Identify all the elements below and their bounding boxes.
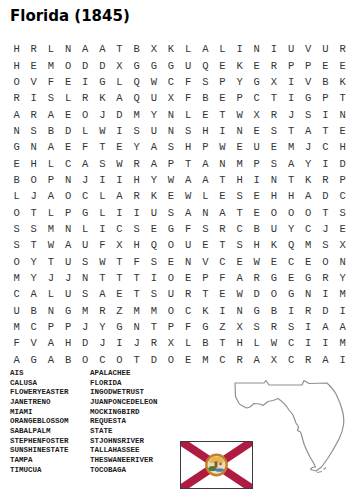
grid-cell[interactable]: J (94, 106, 111, 122)
grid-cell[interactable]: T (145, 319, 162, 335)
grid-cell[interactable]: G (59, 303, 76, 319)
grid-cell[interactable]: S (334, 204, 351, 220)
grid-cell[interactable]: E (334, 57, 351, 73)
grid-cell[interactable]: P (231, 90, 248, 106)
grid-cell[interactable]: R (25, 106, 42, 122)
grid-cell[interactable]: Q (283, 237, 300, 253)
grid-cell[interactable]: H (8, 57, 25, 73)
grid-cell[interactable]: U (180, 237, 197, 253)
grid-cell[interactable]: C (59, 155, 76, 171)
grid-cell[interactable]: L (94, 204, 111, 220)
grid-cell[interactable]: E (162, 253, 179, 269)
grid-cell[interactable]: U (145, 90, 162, 106)
grid-cell[interactable]: V (25, 74, 42, 90)
grid-cell[interactable]: C (283, 335, 300, 351)
grid-cell[interactable]: N (334, 253, 351, 269)
grid-cell[interactable]: T (283, 123, 300, 139)
grid-cell[interactable]: L (59, 90, 76, 106)
grid-cell[interactable]: M (128, 106, 145, 122)
grid-cell[interactable]: X (111, 237, 128, 253)
grid-cell[interactable]: H (25, 155, 42, 171)
grid-cell[interactable]: A (231, 270, 248, 286)
grid-cell[interactable]: P (300, 57, 317, 73)
grid-cell[interactable]: R (317, 172, 334, 188)
grid-cell[interactable]: C (162, 74, 179, 90)
grid-cell[interactable]: X (145, 41, 162, 57)
grid-cell[interactable]: C (25, 319, 42, 335)
grid-cell[interactable]: T (214, 172, 231, 188)
grid-cell[interactable]: U (8, 303, 25, 319)
grid-cell[interactable]: I (334, 303, 351, 319)
grid-cell[interactable]: G (128, 57, 145, 73)
grid-cell[interactable]: B (8, 172, 25, 188)
grid-cell[interactable]: X (265, 74, 282, 90)
grid-cell[interactable]: A (8, 352, 25, 368)
grid-cell[interactable]: H (59, 335, 76, 351)
grid-cell[interactable]: U (283, 41, 300, 57)
grid-cell[interactable]: Q (128, 90, 145, 106)
grid-cell[interactable]: E (25, 57, 42, 73)
grid-cell[interactable]: D (77, 335, 94, 351)
grid-cell[interactable]: F (180, 74, 197, 90)
grid-cell[interactable]: I (231, 41, 248, 57)
grid-cell[interactable]: W (111, 155, 128, 171)
grid-cell[interactable]: C (77, 188, 94, 204)
grid-cell[interactable]: T (317, 204, 334, 220)
grid-cell[interactable]: W (248, 253, 265, 269)
grid-cell[interactable]: O (25, 172, 42, 188)
grid-cell[interactable]: B (25, 303, 42, 319)
grid-cell[interactable]: R (128, 188, 145, 204)
grid-cell[interactable]: X (231, 319, 248, 335)
grid-cell[interactable]: L (42, 286, 59, 302)
grid-cell[interactable]: I (283, 90, 300, 106)
grid-cell[interactable]: S (128, 221, 145, 237)
grid-cell[interactable]: W (42, 237, 59, 253)
grid-cell[interactable]: B (197, 335, 214, 351)
grid-cell[interactable]: E (334, 221, 351, 237)
grid-cell[interactable]: G (248, 74, 265, 90)
grid-cell[interactable]: S (300, 106, 317, 122)
grid-cell[interactable]: P (283, 57, 300, 73)
grid-cell[interactable]: O (59, 57, 76, 73)
grid-cell[interactable]: S (77, 253, 94, 269)
grid-cell[interactable]: S (94, 155, 111, 171)
grid-cell[interactable]: H (248, 237, 265, 253)
grid-cell[interactable]: B (128, 41, 145, 57)
grid-cell[interactable]: E (300, 253, 317, 269)
grid-cell[interactable]: R (214, 221, 231, 237)
grid-cell[interactable]: C (8, 286, 25, 302)
grid-cell[interactable]: C (334, 188, 351, 204)
grid-cell[interactable]: J (77, 172, 94, 188)
grid-cell[interactable]: A (197, 41, 214, 57)
grid-cell[interactable]: A (145, 155, 162, 171)
grid-cell[interactable]: E (248, 57, 265, 73)
grid-cell[interactable]: N (197, 204, 214, 220)
grid-cell[interactable]: E (231, 139, 248, 155)
grid-cell[interactable]: M (334, 335, 351, 351)
grid-cell[interactable]: P (59, 319, 76, 335)
grid-cell[interactable]: L (180, 41, 197, 57)
grid-cell[interactable]: A (300, 188, 317, 204)
grid-cell[interactable]: A (248, 352, 265, 368)
grid-cell[interactable]: T (214, 237, 231, 253)
grid-cell[interactable]: E (214, 188, 231, 204)
grid-cell[interactable]: O (111, 352, 128, 368)
grid-cell[interactable]: J (25, 188, 42, 204)
grid-cell[interactable]: U (59, 286, 76, 302)
grid-cell[interactable]: M (42, 57, 59, 73)
grid-cell[interactable]: O (162, 303, 179, 319)
grid-cell[interactable]: D (317, 303, 334, 319)
grid-cell[interactable]: O (8, 204, 25, 220)
grid-cell[interactable]: U (180, 57, 197, 73)
grid-cell[interactable]: E (231, 253, 248, 269)
grid-cell[interactable]: K (231, 57, 248, 73)
grid-cell[interactable]: S (231, 237, 248, 253)
grid-cell[interactable]: T (25, 204, 42, 220)
grid-cell[interactable]: I (283, 303, 300, 319)
grid-cell[interactable]: W (231, 286, 248, 302)
grid-cell[interactable]: A (94, 286, 111, 302)
grid-cell[interactable]: O (8, 253, 25, 269)
grid-cell[interactable]: S (25, 221, 42, 237)
grid-cell[interactable]: A (111, 90, 128, 106)
grid-cell[interactable]: E (248, 123, 265, 139)
grid-cell[interactable]: W (180, 188, 197, 204)
grid-cell[interactable]: F (8, 335, 25, 351)
grid-cell[interactable]: P (162, 319, 179, 335)
grid-cell[interactable]: S (197, 221, 214, 237)
grid-cell[interactable]: G (145, 57, 162, 73)
grid-cell[interactable]: I (94, 221, 111, 237)
grid-cell[interactable]: G (8, 139, 25, 155)
grid-cell[interactable]: U (248, 139, 265, 155)
grid-cell[interactable]: G (197, 319, 214, 335)
grid-cell[interactable]: B (265, 303, 282, 319)
grid-cell[interactable]: F (77, 139, 94, 155)
grid-cell[interactable]: J (77, 319, 94, 335)
grid-cell[interactable]: P (59, 204, 76, 220)
grid-cell[interactable]: I (128, 204, 145, 220)
grid-cell[interactable]: T (128, 270, 145, 286)
grid-cell[interactable]: Y (145, 106, 162, 122)
grid-cell[interactable]: G (283, 286, 300, 302)
grid-cell[interactable]: F (180, 90, 197, 106)
grid-cell[interactable]: R (180, 286, 197, 302)
grid-cell[interactable]: O (77, 352, 94, 368)
grid-cell[interactable]: I (25, 90, 42, 106)
grid-cell[interactable]: D (317, 188, 334, 204)
grid-cell[interactable]: N (59, 172, 76, 188)
grid-cell[interactable]: I (214, 123, 231, 139)
grid-cell[interactable]: X (265, 352, 282, 368)
grid-cell[interactable]: O (77, 106, 94, 122)
grid-cell[interactable]: A (77, 155, 94, 171)
grid-cell[interactable]: R (300, 303, 317, 319)
grid-cell[interactable]: G (94, 74, 111, 90)
grid-cell[interactable]: H (231, 172, 248, 188)
grid-cell[interactable]: B (59, 352, 76, 368)
grid-cell[interactable]: L (180, 106, 197, 122)
grid-cell[interactable]: A (283, 155, 300, 171)
grid-cell[interactable]: N (214, 155, 231, 171)
grid-cell[interactable]: U (59, 253, 76, 269)
grid-cell[interactable]: Y (25, 253, 42, 269)
grid-cell[interactable]: C (283, 253, 300, 269)
grid-cell[interactable]: O (162, 237, 179, 253)
grid-cell[interactable]: T (42, 253, 59, 269)
grid-cell[interactable]: H (283, 188, 300, 204)
grid-cell[interactable]: T (214, 106, 231, 122)
grid-cell[interactable]: W (214, 139, 231, 155)
grid-cell[interactable]: H (128, 172, 145, 188)
grid-cell[interactable]: E (59, 139, 76, 155)
grid-cell[interactable]: S (8, 237, 25, 253)
grid-cell[interactable]: N (8, 123, 25, 139)
grid-cell[interactable]: J (94, 335, 111, 351)
grid-cell[interactable]: E (180, 352, 197, 368)
grid-cell[interactable]: N (265, 172, 282, 188)
grid-cell[interactable]: N (334, 106, 351, 122)
grid-cell[interactable]: D (145, 352, 162, 368)
grid-cell[interactable]: N (231, 123, 248, 139)
grid-cell[interactable]: E (214, 57, 231, 73)
grid-cell[interactable]: K (145, 188, 162, 204)
grid-cell[interactable]: U (77, 237, 94, 253)
grid-cell[interactable]: I (111, 172, 128, 188)
grid-cell[interactable]: R (94, 303, 111, 319)
grid-cell[interactable]: G (77, 204, 94, 220)
grid-cell[interactable]: A (317, 352, 334, 368)
grid-cell[interactable]: V (25, 335, 42, 351)
grid-cell[interactable]: T (197, 286, 214, 302)
grid-cell[interactable]: A (59, 237, 76, 253)
grid-cell[interactable]: T (111, 41, 128, 57)
grid-cell[interactable]: I (283, 74, 300, 90)
grid-cell[interactable]: C (231, 221, 248, 237)
grid-cell[interactable]: G (300, 90, 317, 106)
grid-cell[interactable]: X (111, 57, 128, 73)
grid-cell[interactable]: H (265, 188, 282, 204)
grid-cell[interactable]: M (197, 352, 214, 368)
grid-cell[interactable]: E (59, 106, 76, 122)
grid-cell[interactable]: H (8, 41, 25, 57)
grid-cell[interactable]: D (334, 155, 351, 171)
grid-cell[interactable]: K (265, 237, 282, 253)
grid-cell[interactable]: L (111, 74, 128, 90)
grid-cell[interactable]: T (111, 253, 128, 269)
grid-cell[interactable]: W (231, 106, 248, 122)
grid-cell[interactable]: T (317, 123, 334, 139)
grid-cell[interactable]: Q (128, 74, 145, 90)
grid-cell[interactable]: M (77, 303, 94, 319)
grid-cell[interactable]: A (42, 188, 59, 204)
grid-cell[interactable]: M (128, 303, 145, 319)
grid-cell[interactable]: E (162, 188, 179, 204)
grid-cell[interactable]: A (8, 106, 25, 122)
grid-cell[interactable]: A (25, 286, 42, 302)
grid-cell[interactable]: R (145, 335, 162, 351)
grid-cell[interactable]: P (334, 172, 351, 188)
grid-cell[interactable]: M (8, 270, 25, 286)
grid-cell[interactable]: W (145, 74, 162, 90)
grid-cell[interactable]: A (42, 335, 59, 351)
grid-cell[interactable]: N (42, 303, 59, 319)
grid-cell[interactable]: K (94, 90, 111, 106)
grid-cell[interactable]: A (42, 352, 59, 368)
grid-cell[interactable]: D (77, 57, 94, 73)
grid-cell[interactable]: Z (111, 303, 128, 319)
grid-cell[interactable]: N (77, 270, 94, 286)
grid-cell[interactable]: F (180, 221, 197, 237)
grid-cell[interactable]: M (283, 139, 300, 155)
grid-cell[interactable]: P (42, 319, 59, 335)
grid-cell[interactable]: C (180, 303, 197, 319)
grid-cell[interactable]: A (145, 139, 162, 155)
grid-cell[interactable]: S (317, 237, 334, 253)
grid-cell[interactable]: S (42, 90, 59, 106)
grid-cell[interactable]: H (231, 335, 248, 351)
grid-cell[interactable]: A (214, 204, 231, 220)
grid-cell[interactable]: J (300, 139, 317, 155)
grid-cell[interactable]: O (265, 204, 282, 220)
grid-cell[interactable]: Y (283, 221, 300, 237)
grid-cell[interactable]: N (162, 106, 179, 122)
grid-cell[interactable]: E (8, 155, 25, 171)
grid-cell[interactable]: P (197, 270, 214, 286)
grid-cell[interactable]: P (42, 172, 59, 188)
grid-cell[interactable]: C (248, 90, 265, 106)
grid-cell[interactable]: R (317, 270, 334, 286)
grid-cell[interactable]: L (248, 335, 265, 351)
grid-cell[interactable]: P (214, 74, 231, 90)
grid-cell[interactable]: Q (197, 57, 214, 73)
grid-cell[interactable]: O (283, 204, 300, 220)
grid-cell[interactable]: C (214, 253, 231, 269)
grid-cell[interactable]: E (334, 123, 351, 139)
grid-cell[interactable]: T (111, 270, 128, 286)
grid-cell[interactable]: T (128, 352, 145, 368)
grid-cell[interactable]: H (128, 237, 145, 253)
grid-cell[interactable]: W (162, 172, 179, 188)
grid-cell[interactable]: E (145, 221, 162, 237)
grid-cell[interactable]: S (128, 123, 145, 139)
grid-cell[interactable]: R (25, 41, 42, 57)
grid-cell[interactable]: T (265, 90, 282, 106)
grid-cell[interactable]: Y (334, 270, 351, 286)
grid-cell[interactable]: S (197, 74, 214, 90)
grid-cell[interactable]: B (197, 90, 214, 106)
grid-cell[interactable]: A (197, 172, 214, 188)
grid-cell[interactable]: L (42, 155, 59, 171)
grid-cell[interactable]: A (111, 188, 128, 204)
grid-cell[interactable]: L (77, 221, 94, 237)
grid-cell[interactable]: I (317, 335, 334, 351)
grid-cell[interactable]: I (248, 172, 265, 188)
grid-cell[interactable]: T (128, 286, 145, 302)
grid-cell[interactable]: C (283, 352, 300, 368)
grid-cell[interactable]: T (214, 335, 231, 351)
grid-cell[interactable]: O (300, 204, 317, 220)
grid-cell[interactable]: N (180, 253, 197, 269)
grid-cell[interactable]: C (214, 352, 231, 368)
grid-cell[interactable]: C (94, 352, 111, 368)
grid-cell[interactable]: T (25, 237, 42, 253)
grid-cell[interactable]: E (214, 286, 231, 302)
grid-cell[interactable]: M (334, 286, 351, 302)
grid-cell[interactable]: G (265, 270, 282, 286)
grid-cell[interactable]: S (231, 188, 248, 204)
grid-cell[interactable]: S (145, 253, 162, 269)
grid-cell[interactable]: O (59, 188, 76, 204)
grid-cell[interactable]: L (197, 188, 214, 204)
grid-cell[interactable]: M (8, 319, 25, 335)
grid-cell[interactable]: A (42, 139, 59, 155)
grid-cell[interactable]: G (248, 303, 265, 319)
grid-cell[interactable]: M (231, 155, 248, 171)
grid-cell[interactable]: B (42, 123, 59, 139)
grid-cell[interactable]: E (265, 253, 282, 269)
grid-cell[interactable]: S (25, 123, 42, 139)
grid-cell[interactable]: R (77, 90, 94, 106)
grid-cell[interactable]: A (180, 204, 197, 220)
grid-cell[interactable]: W (265, 335, 282, 351)
grid-cell[interactable]: L (42, 204, 59, 220)
grid-cell[interactable]: D (248, 286, 265, 302)
grid-cell[interactable]: L (42, 41, 59, 57)
grid-cell[interactable]: U (145, 204, 162, 220)
grid-cell[interactable]: G (162, 221, 179, 237)
grid-cell[interactable]: V (300, 41, 317, 57)
grid-cell[interactable]: E (180, 270, 197, 286)
grid-cell[interactable]: R (265, 57, 282, 73)
grid-cell[interactable]: G (25, 352, 42, 368)
grid-cell[interactable]: T (334, 90, 351, 106)
grid-cell[interactable]: N (162, 123, 179, 139)
grid-cell[interactable]: T (180, 155, 197, 171)
grid-cell[interactable]: X (162, 335, 179, 351)
grid-cell[interactable]: E (111, 286, 128, 302)
grid-cell[interactable]: N (25, 139, 42, 155)
grid-cell[interactable]: P (162, 155, 179, 171)
grid-cell[interactable]: N (128, 319, 145, 335)
grid-cell[interactable]: I (111, 123, 128, 139)
grid-cell[interactable]: M (42, 221, 59, 237)
grid-cell[interactable]: G (111, 319, 128, 335)
grid-cell[interactable]: H (197, 123, 214, 139)
grid-cell[interactable]: L (214, 41, 231, 57)
grid-cell[interactable]: S (283, 319, 300, 335)
grid-cell[interactable]: E (111, 139, 128, 155)
grid-cell[interactable]: F (94, 237, 111, 253)
grid-cell[interactable]: I (334, 352, 351, 368)
grid-cell[interactable]: K (334, 74, 351, 90)
grid-cell[interactable]: K (300, 172, 317, 188)
grid-cell[interactable]: N (231, 303, 248, 319)
grid-cell[interactable]: E (248, 188, 265, 204)
grid-cell[interactable]: S (162, 204, 179, 220)
grid-cell[interactable]: I (111, 204, 128, 220)
grid-cell[interactable]: E (265, 139, 282, 155)
grid-cell[interactable]: T (283, 172, 300, 188)
grid-cell[interactable]: H (180, 139, 197, 155)
grid-cell[interactable]: W (94, 123, 111, 139)
grid-cell[interactable]: D (94, 57, 111, 73)
grid-cell[interactable]: A (317, 319, 334, 335)
grid-cell[interactable]: A (197, 155, 214, 171)
